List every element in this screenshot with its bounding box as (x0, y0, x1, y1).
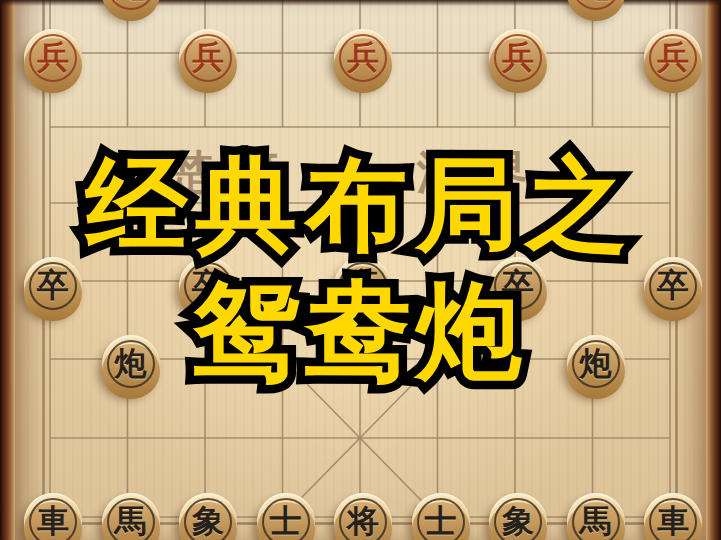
piece-glyph: 象 (192, 505, 224, 537)
piece-glyph: 卒 (37, 269, 69, 301)
piece-glyph: 卒 (502, 269, 534, 301)
xiangqi-app-screen: 楚河漢界 炮炮兵兵兵兵兵卒卒卒卒卒炮炮車馬象士将士象馬車 经典布局之 鸳鸯炮 (0, 0, 721, 540)
piece-red-soldier-f3r4[interactable]: 兵 (179, 29, 237, 87)
piece-glyph: 馬 (580, 505, 612, 537)
piece-black-chariot-f1r10[interactable]: 車 (24, 493, 82, 540)
piece-glyph: 車 (657, 505, 689, 537)
piece-glyph: 卒 (192, 269, 224, 301)
piece-black-soldier-f1r7[interactable]: 卒 (24, 257, 82, 315)
piece-glyph: 卒 (347, 269, 379, 301)
piece-black-soldier-f9r7[interactable]: 卒 (644, 257, 702, 315)
piece-glyph: 士 (425, 505, 457, 537)
piece-black-soldier-f5r7[interactable]: 卒 (334, 257, 392, 315)
piece-glyph: 象 (502, 505, 534, 537)
piece-glyph: 炮 (115, 347, 147, 379)
piece-black-cannon-f2r8[interactable]: 炮 (102, 335, 160, 393)
piece-black-advisor-f6r10[interactable]: 士 (412, 493, 470, 540)
piece-red-soldier-f1r4[interactable]: 兵 (24, 29, 82, 87)
piece-glyph: 兵 (347, 41, 379, 73)
piece-glyph: 兵 (37, 41, 69, 73)
piece-black-soldier-f7r7[interactable]: 卒 (489, 257, 547, 315)
piece-glyph: 炮 (115, 0, 147, 1)
piece-red-cannon-f8r3[interactable]: 炮 (567, 0, 625, 15)
piece-glyph: 兵 (657, 41, 689, 73)
piece-red-soldier-f9r4[interactable]: 兵 (644, 29, 702, 87)
piece-red-soldier-f7r4[interactable]: 兵 (489, 29, 547, 87)
piece-glyph: 士 (270, 505, 302, 537)
piece-black-elephant-f7r10[interactable]: 象 (489, 493, 547, 540)
piece-black-general-f5r10[interactable]: 将 (334, 493, 392, 540)
piece-black-advisor-f4r10[interactable]: 士 (257, 493, 315, 540)
pieces-layer: 炮炮兵兵兵兵兵卒卒卒卒卒炮炮車馬象士将士象馬車 (0, 0, 721, 540)
piece-black-elephant-f3r10[interactable]: 象 (179, 493, 237, 540)
piece-glyph: 兵 (502, 41, 534, 73)
piece-red-cannon-f2r3[interactable]: 炮 (102, 0, 160, 15)
piece-black-horse-f2r10[interactable]: 馬 (102, 493, 160, 540)
piece-red-soldier-f5r4[interactable]: 兵 (334, 29, 392, 87)
piece-glyph: 炮 (580, 0, 612, 1)
piece-black-soldier-f3r7[interactable]: 卒 (179, 257, 237, 315)
piece-glyph: 卒 (657, 269, 689, 301)
piece-glyph: 将 (347, 505, 379, 537)
piece-glyph: 兵 (192, 41, 224, 73)
piece-black-cannon-f8r8[interactable]: 炮 (567, 335, 625, 393)
piece-glyph: 車 (37, 505, 69, 537)
piece-glyph: 馬 (115, 505, 147, 537)
piece-black-horse-f8r10[interactable]: 馬 (567, 493, 625, 540)
piece-black-chariot-f9r10[interactable]: 車 (644, 493, 702, 540)
piece-glyph: 炮 (580, 347, 612, 379)
